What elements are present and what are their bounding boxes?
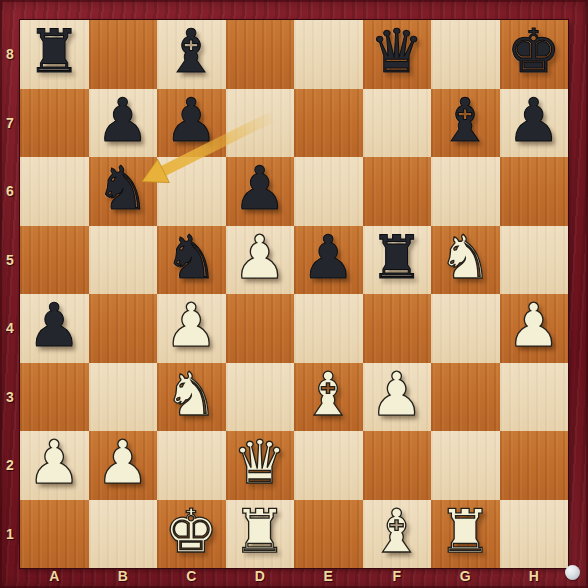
rank-label-6: 6	[0, 183, 20, 199]
square-a2[interactable]: ♟	[20, 431, 89, 500]
square-e4[interactable]	[294, 294, 363, 363]
square-b1[interactable]	[89, 500, 158, 569]
piece-white-rook[interactable]: ♜	[438, 501, 492, 561]
piece-white-king[interactable]: ♚	[164, 501, 218, 561]
square-e7[interactable]	[294, 89, 363, 158]
square-d4[interactable]	[226, 294, 295, 363]
file-label-f: F	[363, 568, 432, 584]
piece-black-queen[interactable]: ♛	[370, 21, 424, 81]
piece-black-pawn[interactable]: ♟	[164, 90, 218, 150]
square-c6[interactable]	[157, 157, 226, 226]
square-e5[interactable]: ♟	[294, 226, 363, 295]
square-h1[interactable]	[500, 500, 569, 569]
square-b5[interactable]	[89, 226, 158, 295]
square-f2[interactable]	[363, 431, 432, 500]
square-a7[interactable]	[20, 89, 89, 158]
square-h5[interactable]	[500, 226, 569, 295]
piece-white-rook[interactable]: ♜	[233, 501, 287, 561]
square-b2[interactable]: ♟	[89, 431, 158, 500]
square-h2[interactable]	[500, 431, 569, 500]
square-e6[interactable]	[294, 157, 363, 226]
square-h6[interactable]	[500, 157, 569, 226]
rank-label-8: 8	[0, 46, 20, 62]
square-g2[interactable]	[431, 431, 500, 500]
square-f4[interactable]	[363, 294, 432, 363]
piece-black-king[interactable]: ♚	[507, 21, 561, 81]
square-d6[interactable]: ♟	[226, 157, 295, 226]
piece-white-knight[interactable]: ♞	[164, 364, 218, 424]
piece-white-pawn[interactable]: ♟	[370, 364, 424, 424]
piece-black-pawn[interactable]: ♟	[233, 158, 287, 218]
piece-white-knight[interactable]: ♞	[438, 227, 492, 287]
piece-white-pawn[interactable]: ♟	[27, 432, 81, 492]
square-b4[interactable]	[89, 294, 158, 363]
square-c1[interactable]: ♚	[157, 500, 226, 569]
square-e2[interactable]	[294, 431, 363, 500]
piece-white-pawn[interactable]: ♟	[164, 295, 218, 355]
square-d1[interactable]: ♜	[226, 500, 295, 569]
file-label-b: B	[89, 568, 158, 584]
piece-black-bishop[interactable]: ♝	[438, 90, 492, 150]
piece-black-rook[interactable]: ♜	[27, 21, 81, 81]
piece-white-queen[interactable]: ♛	[233, 432, 287, 492]
rank-label-7: 7	[0, 115, 20, 131]
file-label-a: A	[20, 568, 89, 584]
square-g4[interactable]	[431, 294, 500, 363]
piece-black-pawn[interactable]: ♟	[27, 295, 81, 355]
square-h8[interactable]: ♚	[500, 20, 569, 89]
square-c2[interactable]	[157, 431, 226, 500]
piece-black-knight[interactable]: ♞	[164, 227, 218, 287]
file-label-e: E	[294, 568, 363, 584]
file-label-g: G	[431, 568, 500, 584]
rank-label-3: 3	[0, 389, 20, 405]
piece-black-bishop[interactable]: ♝	[164, 21, 218, 81]
square-a1[interactable]	[20, 500, 89, 569]
square-f3[interactable]: ♟	[363, 363, 432, 432]
square-g8[interactable]	[431, 20, 500, 89]
square-f7[interactable]	[363, 89, 432, 158]
square-e1[interactable]	[294, 500, 363, 569]
board-frame: ♜♝♛♚♟♟♝♟♞♟♞♟♟♜♞♟♟♟♞♝♟♟♟♛♚♜♝♜ 87654321 AB…	[0, 0, 588, 588]
piece-white-bishop[interactable]: ♝	[370, 501, 424, 561]
rank-label-2: 2	[0, 457, 20, 473]
square-f8[interactable]: ♛	[363, 20, 432, 89]
square-f6[interactable]	[363, 157, 432, 226]
square-d2[interactable]: ♛	[226, 431, 295, 500]
square-b7[interactable]: ♟	[89, 89, 158, 158]
square-b6[interactable]: ♞	[89, 157, 158, 226]
piece-white-pawn[interactable]: ♟	[233, 227, 287, 287]
square-a4[interactable]: ♟	[20, 294, 89, 363]
square-d8[interactable]	[226, 20, 295, 89]
piece-black-pawn[interactable]: ♟	[301, 227, 355, 287]
square-a5[interactable]	[20, 226, 89, 295]
square-g5[interactable]: ♞	[431, 226, 500, 295]
piece-black-knight[interactable]: ♞	[96, 158, 150, 218]
piece-white-pawn[interactable]: ♟	[507, 295, 561, 355]
piece-black-pawn[interactable]: ♟	[507, 90, 561, 150]
square-c4[interactable]: ♟	[157, 294, 226, 363]
square-g3[interactable]	[431, 363, 500, 432]
square-e8[interactable]	[294, 20, 363, 89]
board: ♜♝♛♚♟♟♝♟♞♟♞♟♟♜♞♟♟♟♞♝♟♟♟♛♚♜♝♜	[20, 20, 568, 568]
square-c7[interactable]: ♟	[157, 89, 226, 158]
square-b8[interactable]	[89, 20, 158, 89]
square-g1[interactable]: ♜	[431, 500, 500, 569]
square-c8[interactable]: ♝	[157, 20, 226, 89]
rank-label-1: 1	[0, 526, 20, 542]
square-g7[interactable]: ♝	[431, 89, 500, 158]
square-d7[interactable]	[226, 89, 295, 158]
file-label-h: H	[500, 568, 569, 584]
square-b3[interactable]	[89, 363, 158, 432]
square-c5[interactable]: ♞	[157, 226, 226, 295]
rank-label-5: 5	[0, 252, 20, 268]
piece-white-bishop[interactable]: ♝	[301, 364, 355, 424]
square-a3[interactable]	[20, 363, 89, 432]
piece-white-pawn[interactable]: ♟	[96, 432, 150, 492]
square-h4[interactable]: ♟	[500, 294, 569, 363]
rank-label-4: 4	[0, 320, 20, 336]
piece-black-pawn[interactable]: ♟	[96, 90, 150, 150]
square-h7[interactable]: ♟	[500, 89, 569, 158]
piece-black-rook[interactable]: ♜	[370, 227, 424, 287]
square-c3[interactable]: ♞	[157, 363, 226, 432]
square-h3[interactable]	[500, 363, 569, 432]
square-e3[interactable]: ♝	[294, 363, 363, 432]
file-label-c: C	[157, 568, 226, 584]
square-a8[interactable]: ♜	[20, 20, 89, 89]
file-label-d: D	[226, 568, 295, 584]
square-f1[interactable]: ♝	[363, 500, 432, 569]
square-g6[interactable]	[431, 157, 500, 226]
square-a6[interactable]	[20, 157, 89, 226]
corner-resize-dot[interactable]	[565, 565, 580, 580]
square-d3[interactable]	[226, 363, 295, 432]
square-d5[interactable]: ♟	[226, 226, 295, 295]
square-f5[interactable]: ♜	[363, 226, 432, 295]
